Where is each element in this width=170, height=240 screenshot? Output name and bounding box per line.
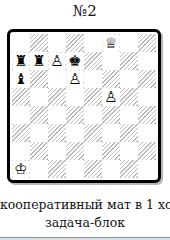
- square-f8: ♕: [102, 34, 120, 52]
- square-e7: [84, 52, 102, 70]
- square-e4: [84, 106, 102, 124]
- square-f7: [102, 52, 120, 70]
- square-h7: [138, 52, 156, 70]
- square-d1: [66, 160, 84, 178]
- chess-board: ♕♜♜♙♚♝♙♙♔: [12, 34, 156, 178]
- square-d4: [66, 106, 84, 124]
- square-g8: [120, 34, 138, 52]
- square-e1: [84, 160, 102, 178]
- square-c6: [48, 70, 66, 88]
- square-a3: [12, 124, 30, 142]
- stipulation-caption: кооперативный мат в 1 ход: [0, 197, 170, 212]
- square-h2: [138, 142, 156, 160]
- square-c4: [48, 106, 66, 124]
- square-b8: [30, 34, 48, 52]
- square-e8: [84, 34, 102, 52]
- square-h3: [138, 124, 156, 142]
- square-a6: ♝: [12, 70, 30, 88]
- square-f4: [102, 106, 120, 124]
- square-f1: [102, 160, 120, 178]
- square-h4: [138, 106, 156, 124]
- square-g3: [120, 124, 138, 142]
- square-b6: [30, 70, 48, 88]
- white-pawn: ♙: [49, 53, 65, 70]
- black-king: ♚: [67, 53, 83, 70]
- square-f2: [102, 142, 120, 160]
- square-e6: [84, 70, 102, 88]
- square-a1: ♔: [12, 160, 30, 178]
- square-a4: [12, 106, 30, 124]
- square-b1: [30, 160, 48, 178]
- white-queen: ♕: [103, 35, 119, 52]
- square-c8: [48, 34, 66, 52]
- chess-problem-page: №2 ♕♜♜♙♚♝♙♙♔ кооперативный мат в 1 ход з…: [0, 0, 170, 240]
- square-d3: [66, 124, 84, 142]
- square-g1: [120, 160, 138, 178]
- black-rook: ♜: [13, 53, 29, 70]
- square-a5: [12, 88, 30, 106]
- square-b7: ♜: [30, 52, 48, 70]
- problem-type-caption: задача-блок: [0, 215, 170, 230]
- chess-board-frame: ♕♜♜♙♚♝♙♙♔: [7, 29, 161, 183]
- square-b3: [30, 124, 48, 142]
- square-c1: [48, 160, 66, 178]
- square-f3: [102, 124, 120, 142]
- square-c2: [48, 142, 66, 160]
- square-d5: [66, 88, 84, 106]
- square-h6: [138, 70, 156, 88]
- square-e2: [84, 142, 102, 160]
- square-h8: [138, 34, 156, 52]
- square-f5: ♙: [102, 88, 120, 106]
- white-king: ♔: [13, 161, 29, 178]
- white-pawn: ♙: [67, 71, 83, 88]
- square-d8: [66, 34, 84, 52]
- white-pawn: ♙: [103, 89, 119, 106]
- square-a7: ♜: [12, 52, 30, 70]
- square-c3: [48, 124, 66, 142]
- black-rook: ♜: [31, 53, 47, 70]
- square-f6: [102, 70, 120, 88]
- square-d6: ♙: [66, 70, 84, 88]
- square-e5: [84, 88, 102, 106]
- square-a2: [12, 142, 30, 160]
- square-d2: [66, 142, 84, 160]
- square-b2: [30, 142, 48, 160]
- square-d7: ♚: [66, 52, 84, 70]
- square-g2: [120, 142, 138, 160]
- square-g7: [120, 52, 138, 70]
- square-g4: [120, 106, 138, 124]
- square-c5: [48, 88, 66, 106]
- square-c7: ♙: [48, 52, 66, 70]
- problem-number-title: №2: [0, 2, 170, 20]
- square-a8: [12, 34, 30, 52]
- square-b5: [30, 88, 48, 106]
- square-h1: [138, 160, 156, 178]
- square-b4: [30, 106, 48, 124]
- square-g5: [120, 88, 138, 106]
- square-e3: [84, 124, 102, 142]
- square-h5: [138, 88, 156, 106]
- black-bishop: ♝: [13, 71, 29, 88]
- square-g6: [120, 70, 138, 88]
